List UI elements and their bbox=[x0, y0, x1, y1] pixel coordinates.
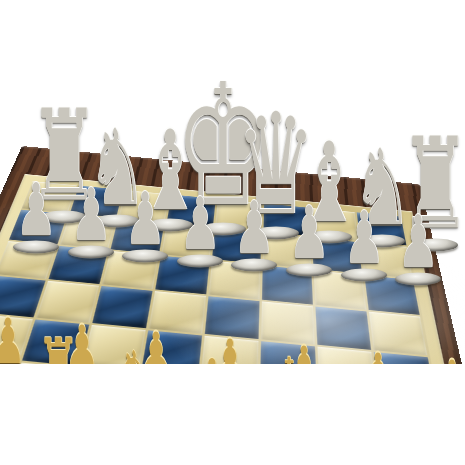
chess-set-photo: ♜♞♝♚♛♝♞♜♟♟♟♟♟♟♟♟♟♟♟♟♟♟♟♟♜♞♝♚♛♝♞♜ bbox=[0, 0, 465, 465]
piece-b7-silver-pawn: ♟ bbox=[70, 181, 112, 250]
photo-bottom-crop bbox=[0, 364, 465, 465]
piece-e7-silver-pawn: ♟ bbox=[234, 195, 276, 264]
piece-g7-silver-pawn: ♟ bbox=[343, 204, 385, 273]
piece-d7-silver-pawn: ♟ bbox=[179, 190, 221, 259]
piece-h7-silver-pawn: ♟ bbox=[397, 208, 439, 277]
piece-c7-silver-pawn: ♟ bbox=[124, 185, 166, 254]
piece-a7-silver-pawn: ♟ bbox=[15, 176, 57, 245]
piece-f7-silver-pawn: ♟ bbox=[288, 199, 330, 268]
